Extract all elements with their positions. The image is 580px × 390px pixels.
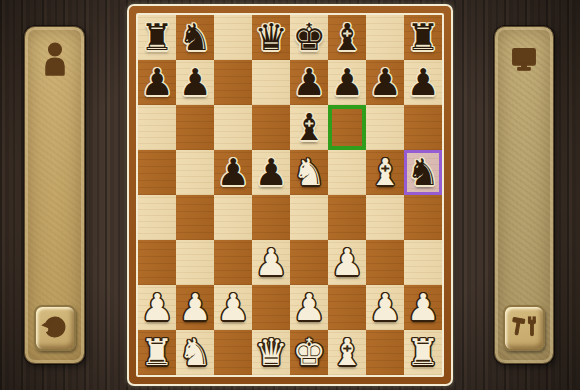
square-d5[interactable]: ♟ [252,150,290,195]
white-queen[interactable]: ♛ [254,334,287,371]
player-panel [24,26,85,364]
square-h3[interactable] [404,240,442,285]
chess-board: ♜♞♛♚♝♜♟♟♟♟♟♟♝♟♟♞♝♞♟♟♟♟♟♟♟♟♜♞♛♚♝♜ [127,4,453,386]
square-b8[interactable]: ♞ [176,15,214,60]
square-a1[interactable]: ♜ [138,330,176,375]
square-g3[interactable] [366,240,404,285]
square-b3[interactable] [176,240,214,285]
square-a8[interactable]: ♜ [138,15,176,60]
black-pawn[interactable]: ♟ [216,154,249,191]
square-g8[interactable] [366,15,404,60]
square-e3[interactable] [290,240,328,285]
black-pawn[interactable]: ♟ [406,64,439,101]
square-f1[interactable]: ♝ [328,330,366,375]
game-window: ♜♞♛♚♝♜♟♟♟♟♟♟♝♟♟♞♝♞♟♟♟♟♟♟♟♟♜♞♛♚♝♜ [0,0,580,390]
square-h1[interactable]: ♜ [404,330,442,375]
square-h4[interactable] [404,195,442,240]
computer-monitor-icon [510,40,538,78]
square-b2[interactable]: ♟ [176,285,214,330]
black-king[interactable]: ♚ [292,19,325,56]
square-d2[interactable] [252,285,290,330]
square-d8[interactable]: ♛ [252,15,290,60]
square-d4[interactable] [252,195,290,240]
black-pawn[interactable]: ♟ [140,64,173,101]
square-a7[interactable]: ♟ [138,60,176,105]
white-knight[interactable]: ♞ [178,334,211,371]
square-h6[interactable] [404,105,442,150]
white-knight[interactable]: ♞ [292,154,325,191]
square-b7[interactable]: ♟ [176,60,214,105]
tools-button[interactable] [503,305,545,351]
white-pawn[interactable]: ♟ [254,244,287,281]
square-g2[interactable]: ♟ [366,285,404,330]
opponent-panel [494,26,554,364]
square-c1[interactable] [214,330,252,375]
square-g7[interactable]: ♟ [366,60,404,105]
white-pawn[interactable]: ♟ [216,289,249,326]
square-a4[interactable] [138,195,176,240]
white-pawn[interactable]: ♟ [330,244,363,281]
square-g1[interactable] [366,330,404,375]
hammer-wrench-icon [511,315,538,342]
square-f3[interactable]: ♟ [328,240,366,285]
square-d7[interactable] [252,60,290,105]
square-e7[interactable]: ♟ [290,60,328,105]
square-g5[interactable]: ♝ [366,150,404,195]
square-e8[interactable]: ♚ [290,15,328,60]
black-knight[interactable]: ♞ [406,154,439,191]
square-d1[interactable]: ♛ [252,330,290,375]
black-pawn[interactable]: ♟ [178,64,211,101]
square-f7[interactable]: ♟ [328,60,366,105]
white-pawn[interactable]: ♟ [406,289,439,326]
white-bishop[interactable]: ♝ [368,154,401,191]
person-icon [41,40,69,78]
square-e2[interactable]: ♟ [290,285,328,330]
square-a3[interactable] [138,240,176,285]
square-a2[interactable]: ♟ [138,285,176,330]
undo-button[interactable] [34,305,76,351]
square-c7[interactable] [214,60,252,105]
board-grid: ♜♞♛♚♝♜♟♟♟♟♟♟♝♟♟♞♝♞♟♟♟♟♟♟♟♟♜♞♛♚♝♜ [136,13,444,377]
square-a6[interactable] [138,105,176,150]
square-e5[interactable]: ♞ [290,150,328,195]
black-bishop[interactable]: ♝ [292,109,325,146]
white-king[interactable]: ♚ [292,334,325,371]
square-f6[interactable] [328,105,366,150]
white-pawn[interactable]: ♟ [140,289,173,326]
square-h5[interactable]: ♞ [404,150,442,195]
white-pawn[interactable]: ♟ [368,289,401,326]
square-b1[interactable]: ♞ [176,330,214,375]
white-rook[interactable]: ♜ [406,334,439,371]
black-pawn[interactable]: ♟ [330,64,363,101]
square-g4[interactable] [366,195,404,240]
black-bishop[interactable]: ♝ [330,19,363,56]
white-pawn[interactable]: ♟ [178,289,211,326]
square-c6[interactable] [214,105,252,150]
square-b4[interactable] [176,195,214,240]
square-b6[interactable] [176,105,214,150]
square-c8[interactable] [214,15,252,60]
square-c2[interactable]: ♟ [214,285,252,330]
black-rook[interactable]: ♜ [140,19,173,56]
black-pawn[interactable]: ♟ [292,64,325,101]
square-e4[interactable] [290,195,328,240]
square-b5[interactable] [176,150,214,195]
square-h2[interactable]: ♟ [404,285,442,330]
white-bishop[interactable]: ♝ [330,334,363,371]
square-e6[interactable]: ♝ [290,105,328,150]
black-knight[interactable]: ♞ [178,19,211,56]
square-f2[interactable] [328,285,366,330]
square-h7[interactable]: ♟ [404,60,442,105]
square-c4[interactable] [214,195,252,240]
square-c5[interactable]: ♟ [214,150,252,195]
black-rook[interactable]: ♜ [406,19,439,56]
black-pawn[interactable]: ♟ [254,154,287,191]
square-c3[interactable] [214,240,252,285]
square-f4[interactable] [328,195,366,240]
square-a5[interactable] [138,150,176,195]
black-pawn[interactable]: ♟ [368,64,401,101]
square-h8[interactable]: ♜ [404,15,442,60]
black-queen[interactable]: ♛ [254,19,287,56]
square-d6[interactable] [252,105,290,150]
square-d3[interactable]: ♟ [252,240,290,285]
white-rook[interactable]: ♜ [140,334,173,371]
undo-arrow-icon [41,313,69,344]
square-f5[interactable] [328,150,366,195]
square-f8[interactable]: ♝ [328,15,366,60]
square-e1[interactable]: ♚ [290,330,328,375]
square-g6[interactable] [366,105,404,150]
white-pawn[interactable]: ♟ [292,289,325,326]
